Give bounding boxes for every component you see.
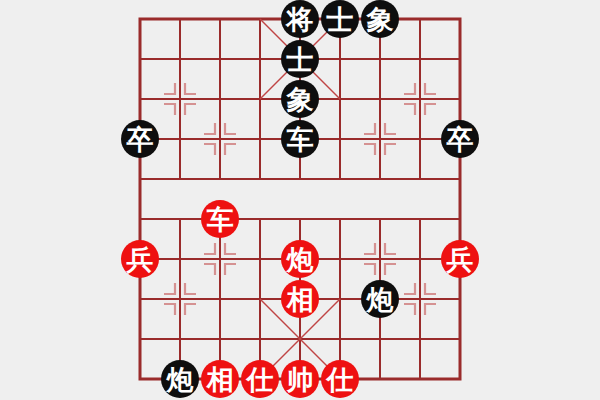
piece-red-elephant[interactable]: 相 (201, 360, 239, 398)
piece-red-general[interactable]: 帅 (281, 360, 319, 398)
piece-black-general[interactable]: 将 (281, 0, 319, 38)
piece-black-cannon[interactable]: 炮 (361, 280, 399, 318)
piece-layer: 将士象士象卒车卒车兵炮兵相炮炮相仕帅仕 (120, 0, 480, 399)
piece-red-elephant[interactable]: 相 (281, 280, 319, 318)
piece-black-elephant[interactable]: 象 (281, 80, 319, 118)
xiangqi-board: 将士象士象卒车卒车兵炮兵相炮炮相仕帅仕 (0, 0, 600, 400)
piece-black-pawn[interactable]: 卒 (121, 120, 159, 158)
piece-red-advisor[interactable]: 仕 (321, 360, 359, 398)
piece-black-advisor[interactable]: 士 (321, 0, 359, 38)
piece-black-advisor[interactable]: 士 (281, 40, 319, 78)
piece-red-pawn[interactable]: 兵 (441, 240, 479, 278)
piece-black-pawn[interactable]: 卒 (441, 120, 479, 158)
piece-black-elephant[interactable]: 象 (361, 0, 399, 38)
piece-red-cannon[interactable]: 炮 (281, 240, 319, 278)
piece-red-advisor[interactable]: 仕 (241, 360, 279, 398)
piece-black-cannon[interactable]: 炮 (161, 360, 199, 398)
piece-red-chariot[interactable]: 车 (201, 200, 239, 238)
piece-red-pawn[interactable]: 兵 (121, 240, 159, 278)
piece-black-chariot[interactable]: 车 (281, 120, 319, 158)
